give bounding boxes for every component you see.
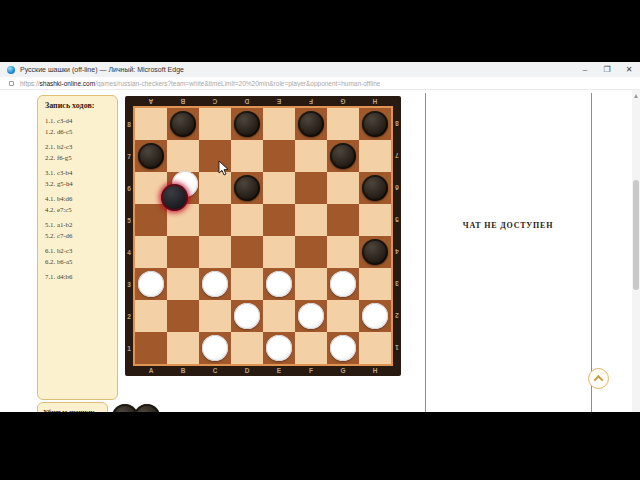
- coordinate-label: F: [295, 96, 327, 106]
- coordinate-label: 6: [393, 172, 401, 204]
- coordinate-label: 8: [393, 108, 401, 140]
- captured-black-man: [134, 404, 160, 412]
- square-b8[interactable]: [167, 108, 199, 140]
- black-man-moving-a5[interactable]: [161, 184, 188, 211]
- browser-window: Русские шашки (off-line) — Личный: Micro…: [0, 62, 640, 412]
- square-d1: [231, 332, 263, 364]
- black-man-g7[interactable]: [330, 143, 356, 169]
- chat-panel-left-border: [425, 93, 426, 412]
- square-f3: [295, 268, 327, 300]
- white-man-g3[interactable]: [330, 271, 356, 297]
- chevron-up-icon: [594, 375, 604, 385]
- square-g2: [327, 300, 359, 332]
- url-scheme: https://: [20, 80, 40, 87]
- scrollbar-thumb[interactable]: [633, 180, 639, 290]
- move-entry: 5.1. a1-b2: [45, 220, 110, 231]
- board-grid[interactable]: [133, 106, 393, 366]
- square-c3[interactable]: [199, 268, 231, 300]
- checkers-board[interactable]: ABCDEFGH ABCDEFGH 87654321 87654321: [125, 96, 401, 376]
- captured-tray-label: Убитые шашки:: [37, 402, 108, 412]
- rank-labels-right: 87654321: [393, 108, 401, 364]
- url-text[interactable]: https://shashki-online.com/games/russian…: [20, 80, 380, 87]
- url-bar[interactable]: https://shashki-online.com/games/russian…: [0, 77, 640, 90]
- square-c4: [199, 236, 231, 268]
- window-controls: – ❐ ✕: [574, 62, 640, 77]
- square-b2[interactable]: [167, 300, 199, 332]
- square-g1[interactable]: [327, 332, 359, 364]
- coordinate-label: H: [359, 366, 391, 376]
- site-info-icon[interactable]: [9, 81, 14, 86]
- square-g3[interactable]: [327, 268, 359, 300]
- square-d6[interactable]: [231, 172, 263, 204]
- coordinate-label: C: [199, 366, 231, 376]
- coordinate-label: 7: [393, 140, 401, 172]
- move-entry: 4.2. e7:c5: [45, 205, 110, 216]
- coordinate-label: 1: [125, 332, 133, 364]
- coordinate-label: E: [263, 96, 295, 106]
- coordinate-label: 2: [393, 300, 401, 332]
- white-man-d2[interactable]: [234, 303, 260, 329]
- square-g8: [327, 108, 359, 140]
- chat-unavailable-status: ЧАТ НЕ ДОСТУПЕН: [425, 221, 591, 230]
- square-e2: [263, 300, 295, 332]
- coordinate-label: 4: [393, 236, 401, 268]
- move-entry: 1.1. c3-d4: [45, 116, 110, 127]
- square-f2[interactable]: [295, 300, 327, 332]
- coordinate-label: 2: [125, 300, 133, 332]
- coordinate-label: F: [295, 366, 327, 376]
- square-d4[interactable]: [231, 236, 263, 268]
- black-man-a7[interactable]: [138, 143, 164, 169]
- square-h1: [359, 332, 391, 364]
- coordinate-label: 5: [393, 204, 401, 236]
- move-entry: 7.1. d4:b6: [45, 272, 110, 283]
- square-g5[interactable]: [327, 204, 359, 236]
- move-entry: 6.1. b2-c3: [45, 246, 110, 257]
- rank-labels-left: 87654321: [125, 108, 133, 364]
- square-f5: [295, 204, 327, 236]
- square-g6: [327, 172, 359, 204]
- move-log-title: Запись ходов:: [45, 101, 110, 110]
- move-entry: 2.2. f6-g5: [45, 153, 110, 164]
- square-c6: [199, 172, 231, 204]
- coordinate-label: 8: [125, 108, 133, 140]
- white-man-f2[interactable]: [298, 303, 324, 329]
- captured-tray-pieces: [112, 404, 156, 412]
- file-labels-top: ABCDEFGH: [135, 96, 391, 106]
- square-b1: [167, 332, 199, 364]
- coordinate-label: G: [327, 96, 359, 106]
- square-h6[interactable]: [359, 172, 391, 204]
- square-f6[interactable]: [295, 172, 327, 204]
- url-path: /games/russian-checkers?team=white&timeL…: [95, 80, 380, 87]
- square-e5[interactable]: [263, 204, 295, 236]
- minimize-button[interactable]: –: [574, 62, 596, 77]
- move-log-panel: Запись ходов: 1.1. c3-d41.2. d6-c52.1. b…: [37, 95, 118, 400]
- square-d8[interactable]: [231, 108, 263, 140]
- square-d5: [231, 204, 263, 236]
- coordinate-label: H: [359, 96, 391, 106]
- square-e3[interactable]: [263, 268, 295, 300]
- move-entry: 3.2. g5-h4: [45, 179, 110, 190]
- square-f1: [295, 332, 327, 364]
- square-e8: [263, 108, 295, 140]
- square-b4[interactable]: [167, 236, 199, 268]
- square-f4[interactable]: [295, 236, 327, 268]
- coordinate-label: C: [199, 96, 231, 106]
- square-g7[interactable]: [327, 140, 359, 172]
- white-man-c3[interactable]: [202, 271, 228, 297]
- coordinate-label: D: [231, 366, 263, 376]
- square-a1[interactable]: [135, 332, 167, 364]
- close-button[interactable]: ✕: [618, 62, 640, 77]
- square-b7: [167, 140, 199, 172]
- square-f8[interactable]: [295, 108, 327, 140]
- square-a8: [135, 108, 167, 140]
- move-entry: 6.2. b6-a5: [45, 257, 110, 268]
- black-man-b8[interactable]: [170, 111, 196, 137]
- black-man-h8[interactable]: [362, 111, 388, 137]
- coordinate-label: A: [135, 366, 167, 376]
- move-entry: 3.1. c3-b4: [45, 168, 110, 179]
- window-title: Русские шашки (off-line) — Личный: Micro…: [20, 66, 184, 73]
- black-man-f8[interactable]: [298, 111, 324, 137]
- white-man-g1[interactable]: [330, 335, 356, 361]
- square-e7[interactable]: [263, 140, 295, 172]
- page-content: Запись ходов: 1.1. c3-d41.2. d6-c52.1. b…: [0, 90, 640, 412]
- letterboxed-screen: Русские шашки (off-line) — Личный: Micro…: [0, 0, 640, 480]
- square-e6: [263, 172, 295, 204]
- white-man-a3[interactable]: [138, 271, 164, 297]
- coordinate-label: 3: [125, 268, 133, 300]
- coordinate-label: 1: [393, 332, 401, 364]
- edge-logo-icon: [7, 66, 15, 74]
- chat-panel-right-border: [591, 93, 592, 412]
- square-c8: [199, 108, 231, 140]
- white-man-h2[interactable]: [362, 303, 388, 329]
- square-c2: [199, 300, 231, 332]
- move-entry: 5.2. c7-d6: [45, 231, 110, 242]
- coordinate-label: G: [327, 366, 359, 376]
- coordinate-label: B: [167, 366, 199, 376]
- coordinate-label: 4: [125, 236, 133, 268]
- file-labels-bottom: ABCDEFGH: [135, 366, 391, 376]
- coordinate-label: 6: [125, 172, 133, 204]
- square-a4: [135, 236, 167, 268]
- black-man-d6[interactable]: [234, 175, 260, 201]
- white-man-c1[interactable]: [202, 335, 228, 361]
- move-log-list: 1.1. c3-d41.2. d6-c52.1. b2-c32.2. f6-g5…: [45, 116, 110, 283]
- square-a7[interactable]: [135, 140, 167, 172]
- square-e4: [263, 236, 295, 268]
- black-man-h4[interactable]: [362, 239, 388, 265]
- move-entry: 4.1. b4:d6: [45, 194, 110, 205]
- scrollbar-up-arrow[interactable]: [634, 94, 638, 98]
- square-a2: [135, 300, 167, 332]
- move-entry: 1.2. d6-c5: [45, 127, 110, 138]
- black-man-d8[interactable]: [234, 111, 260, 137]
- white-man-e3[interactable]: [266, 271, 292, 297]
- square-e1[interactable]: [263, 332, 295, 364]
- square-f7: [295, 140, 327, 172]
- coordinate-label: 7: [125, 140, 133, 172]
- square-h4[interactable]: [359, 236, 391, 268]
- square-h3: [359, 268, 391, 300]
- square-d3: [231, 268, 263, 300]
- coordinate-label: A: [135, 96, 167, 106]
- titlebar: Русские шашки (off-line) — Личный: Micro…: [0, 62, 640, 77]
- coordinate-label: 5: [125, 204, 133, 236]
- square-d7: [231, 140, 263, 172]
- coordinate-label: E: [263, 366, 295, 376]
- square-c5[interactable]: [199, 204, 231, 236]
- black-man-h6[interactable]: [362, 175, 388, 201]
- coordinate-label: B: [167, 96, 199, 106]
- square-h2[interactable]: [359, 300, 391, 332]
- page-scrollbar[interactable]: [632, 90, 640, 412]
- square-h8[interactable]: [359, 108, 391, 140]
- move-entry: 2.1. b2-c3: [45, 142, 110, 153]
- square-a3[interactable]: [135, 268, 167, 300]
- square-c1[interactable]: [199, 332, 231, 364]
- square-a5[interactable]: [135, 204, 167, 236]
- square-d2[interactable]: [231, 300, 263, 332]
- square-g4: [327, 236, 359, 268]
- square-b3: [167, 268, 199, 300]
- coordinate-label: D: [231, 96, 263, 106]
- mouse-cursor-arrow: [218, 161, 229, 176]
- maximize-button[interactable]: ❐: [596, 62, 618, 77]
- url-host: shashki-online.com: [40, 80, 96, 87]
- scroll-to-top-button[interactable]: [588, 368, 609, 389]
- coordinate-label: 3: [393, 268, 401, 300]
- square-h5: [359, 204, 391, 236]
- square-h7: [359, 140, 391, 172]
- white-man-e1[interactable]: [266, 335, 292, 361]
